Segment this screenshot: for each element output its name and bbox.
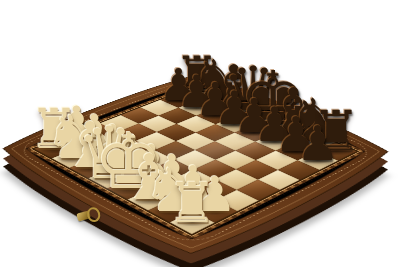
pieces-overlay: ♜♞♝♛♚♝♞♜♟♟♟♟♟♟♟♟♟♟♟♟♟♟♟♟♜♞♝♛♚♝♞♜ [0,0,400,267]
black-pawn[interactable]: ♟ [296,120,339,168]
chess-set-photo: ♜♞♝♛♚♝♞♜♟♟♟♟♟♟♟♟♟♟♟♟♟♟♟♟♜♞♝♛♚♝♞♜ [0,0,400,267]
white-rook[interactable]: ♜ [167,176,216,231]
